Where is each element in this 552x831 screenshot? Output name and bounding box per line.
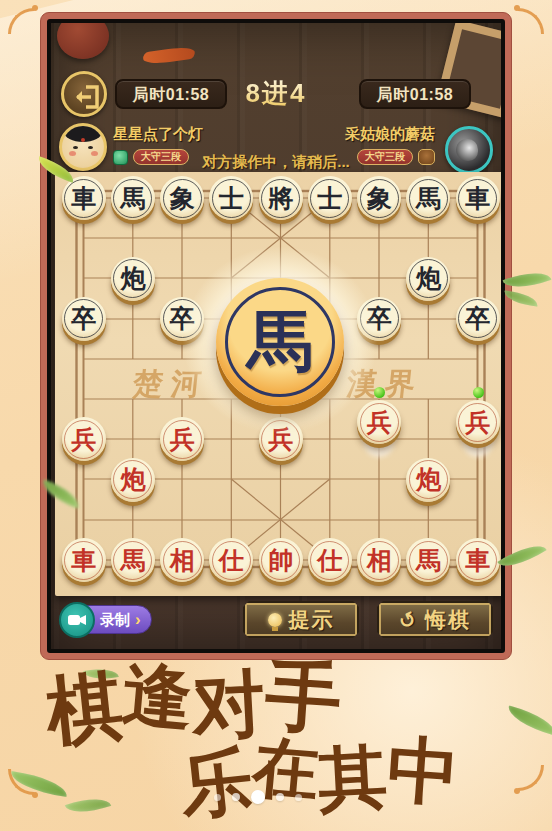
black-piece[interactable]: 卒 [357, 297, 401, 341]
right-timer: 局时01:58 [359, 79, 471, 109]
black-piece[interactable]: 象 [357, 176, 401, 220]
moving-piece-overlay: 馬 [216, 278, 344, 406]
black-piece[interactable]: 象 [160, 176, 204, 220]
red-piece[interactable]: 車 [456, 538, 500, 582]
red-piece[interactable]: 兵 [160, 417, 204, 461]
red-piece[interactable]: 馬 [406, 538, 450, 582]
red-piece[interactable]: 馬 [111, 538, 155, 582]
red-piece[interactable]: 車 [62, 538, 106, 582]
corner-flourish-icon [8, 8, 34, 34]
red-piece[interactable]: 仕 [308, 538, 352, 582]
right-player-name: 采姑娘的蘑菇 [345, 125, 435, 144]
xiangqi-board[interactable]: 楚河 漢界 車馬象士將士象馬車炮炮卒卒卒卒卒兵兵兵兵兵炮炮車馬相仕帥仕相馬車 馬 [55, 172, 505, 596]
right-player-avatar[interactable] [445, 126, 493, 174]
red-piece[interactable]: 炮 [406, 458, 450, 502]
red-piece[interactable]: 相 [357, 538, 401, 582]
video-camera-icon [59, 602, 95, 638]
left-player-name: 星星点了个灯 [113, 125, 203, 144]
hint-button[interactable]: 提示 [243, 601, 359, 638]
black-piece[interactable]: 馬 [111, 176, 155, 220]
pager [214, 790, 302, 804]
black-piece[interactable]: 炮 [406, 257, 450, 301]
black-piece[interactable]: 卒 [160, 297, 204, 341]
pager-dot[interactable] [276, 793, 284, 801]
black-piece[interactable]: 士 [308, 176, 352, 220]
red-piece[interactable]: 兵 [259, 417, 303, 461]
undo-arrow-icon: ↺ [395, 605, 422, 635]
slogan-line-2: 乐在其中 [180, 740, 459, 816]
red-piece[interactable]: 帥 [259, 538, 303, 582]
move-hint-dot [374, 387, 385, 398]
hint-label: 提示 [289, 606, 335, 634]
red-piece[interactable]: 兵 [456, 400, 500, 444]
move-hint-dot [473, 387, 484, 398]
right-player-rank: 大守三段 [357, 149, 435, 165]
black-piece[interactable]: 車 [62, 176, 106, 220]
undo-button[interactable]: ↺ 悔棋 [377, 601, 493, 638]
screenshot-frame: 局时01:58 8进4 局时01:58 星星点了个灯 大守三段 对方操作中，请稍… [40, 12, 512, 660]
bamboo-leaf [65, 792, 111, 820]
red-piece[interactable]: 兵 [62, 417, 106, 461]
lightbulb-icon [268, 613, 282, 627]
pager-dot[interactable] [214, 794, 221, 801]
record-label: 录制 [100, 606, 130, 633]
top-bar: 局时01:58 8进4 局时01:58 [51, 75, 501, 119]
pager-dot[interactable] [251, 790, 265, 804]
red-piece[interactable]: 相 [160, 538, 204, 582]
black-piece[interactable]: 炮 [111, 257, 155, 301]
black-piece[interactable]: 卒 [62, 297, 106, 341]
black-piece[interactable]: 車 [456, 176, 500, 220]
black-piece[interactable]: 將 [259, 176, 303, 220]
overlay-piece-glyph: 馬 [247, 297, 313, 387]
red-piece[interactable]: 仕 [209, 538, 253, 582]
red-piece[interactable]: 炮 [111, 458, 155, 502]
game-screen: 局时01:58 8进4 局时01:58 星星点了个灯 大守三段 对方操作中，请稍… [47, 19, 505, 653]
pager-dot[interactable] [295, 794, 302, 801]
emote-badge-icon [418, 149, 435, 165]
chevron-right-icon: › [135, 606, 141, 633]
red-piece[interactable]: 兵 [357, 400, 401, 444]
black-piece[interactable]: 卒 [456, 297, 500, 341]
black-piece[interactable]: 馬 [406, 176, 450, 220]
record-button[interactable]: 录制 › [61, 605, 152, 634]
players-row: 星星点了个灯 大守三段 对方操作中，请稍后... 采姑娘的蘑菇 大守三段 [51, 123, 501, 179]
rank-badge: 大守三段 [357, 149, 413, 165]
bottom-bar: 录制 › 提示 ↺ 悔棋 [51, 593, 501, 649]
undo-label: 悔棋 [425, 606, 471, 634]
black-piece[interactable]: 士 [209, 176, 253, 220]
pager-dot[interactable] [232, 793, 240, 801]
